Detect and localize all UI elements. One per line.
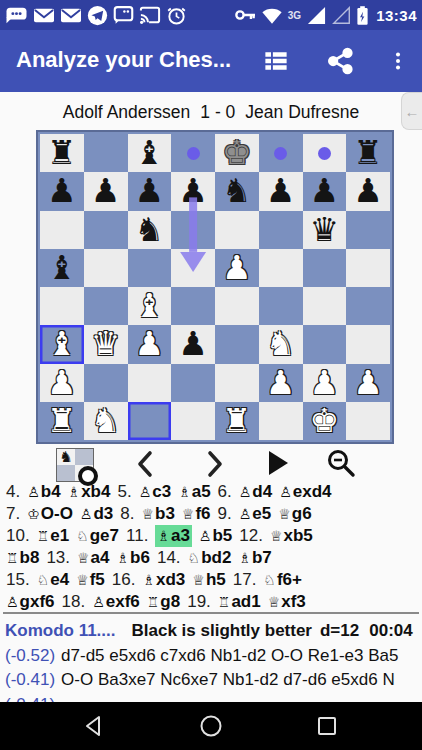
move[interactable]: ♕g6 (278, 503, 311, 525)
move[interactable]: ♖e1 (37, 525, 69, 547)
move[interactable]: ♙exf6 (92, 591, 140, 612)
black-knight: ♞ (128, 211, 172, 248)
mail-icon-2 (60, 5, 82, 25)
figurine-icon: ♙ (139, 484, 152, 500)
square-g8[interactable] (303, 134, 347, 172)
network-type-label: 3G (288, 10, 301, 21)
move[interactable]: ♙gxf6 (6, 591, 55, 612)
figurine-icon: ♙ (27, 484, 40, 500)
engine-depth: d=12 (320, 621, 359, 640)
recents-button[interactable] (315, 714, 339, 738)
square-b5[interactable] (84, 249, 128, 287)
square-h5[interactable] (346, 249, 390, 287)
square-f2[interactable]: ♟ (259, 364, 303, 402)
square-b2[interactable] (84, 364, 128, 402)
square-c2[interactable] (128, 364, 172, 402)
square-g6[interactable]: ♛ (303, 211, 347, 249)
phone-screen: 3G 13:34 Analyze your Ches... ← Adolf An… (0, 0, 422, 750)
square-f5[interactable] (259, 249, 303, 287)
square-c8[interactable]: ♝ (128, 134, 172, 172)
move[interactable]: ♗a5 (178, 481, 210, 503)
move-number: 16. (112, 569, 136, 591)
white-pawn: ♟ (40, 364, 84, 401)
move[interactable]: ♕h5 (192, 569, 225, 591)
white-player-name: Adolf Anderssen (63, 102, 190, 122)
square-b1[interactable]: ♞ (84, 402, 128, 440)
move[interactable]: ♙exd4 (279, 481, 331, 503)
square-d5[interactable] (171, 249, 215, 287)
move-current[interactable]: ♗a3 (155, 525, 191, 547)
black-player-name: Jean Dufresne (245, 102, 359, 122)
back-button[interactable] (83, 714, 107, 738)
move[interactable]: ♖g8 (147, 591, 180, 612)
move-number: 15. (6, 569, 30, 591)
game-result: 1 - 0 (200, 102, 235, 122)
figurine-icon: ♙ (6, 594, 19, 610)
figurine-icon: ♕ (141, 506, 154, 522)
figurine-icon: ♕ (268, 594, 281, 610)
square-a4[interactable] (40, 287, 84, 325)
square-e5[interactable]: ♟ (215, 249, 259, 287)
engine-panel: Komodo 11....Black is slightly betterd=1… (0, 615, 422, 702)
black-pawn: ♟ (303, 172, 347, 209)
square-e8[interactable]: ♚ (215, 134, 259, 172)
move[interactable]: ♗xb4 (68, 481, 111, 503)
white-bishop: ♝ (128, 287, 172, 324)
move[interactable]: ♘bd2 (188, 547, 232, 569)
figurine-icon: ♕ (77, 550, 90, 566)
square-a6[interactable] (40, 211, 84, 249)
legal-move-dot[interactable] (318, 147, 331, 160)
engine-line[interactable]: (-0.41) (5, 693, 422, 703)
white-pawn: ♟ (346, 364, 390, 401)
white-pawn: ♟ (128, 325, 172, 362)
move[interactable]: ♙b5 (199, 525, 232, 547)
move-line: ♙gxf618.♙exf6♖g819.♖ad1♕xf3 (6, 591, 422, 612)
status-bar: 3G 13:34 (0, 0, 422, 30)
white-knight: ♞ (259, 325, 303, 362)
signal-strength-icon (306, 6, 327, 25)
black-pawn: ♟ (128, 172, 172, 209)
move[interactable]: ♕b3 (141, 503, 174, 525)
black-king: ♚ (215, 134, 259, 171)
square-d3[interactable]: ♟ (171, 325, 215, 363)
white-rook: ♜ (215, 402, 259, 439)
move-number: 14. (157, 547, 181, 569)
telegram-icon (87, 5, 108, 26)
square-e7[interactable]: ♞ (215, 172, 259, 210)
black-pawn: ♟ (346, 172, 390, 209)
figurine-icon: ♗ (142, 572, 155, 588)
figurine-icon: ♙ (92, 594, 105, 610)
square-d8[interactable] (171, 134, 215, 172)
square-c1[interactable] (128, 402, 172, 440)
move-number: 19. (187, 591, 211, 612)
figurine-icon: ♗ (157, 528, 170, 544)
move-number: 6. (218, 481, 232, 503)
square-e6[interactable] (215, 211, 259, 249)
black-pawn: ♟ (40, 172, 84, 209)
square-h1[interactable] (346, 402, 390, 440)
square-a2[interactable]: ♟ (40, 364, 84, 402)
figurine-icon: ♗ (117, 550, 130, 566)
move-number: 7. (6, 503, 20, 525)
square-a5[interactable]: ♝ (40, 249, 84, 287)
square-e2[interactable] (215, 364, 259, 402)
white-rook: ♜ (40, 402, 84, 439)
square-e3[interactable] (215, 325, 259, 363)
app-bar: Analyze your Ches... (0, 30, 422, 92)
move-line: 7.♔O-O♙d38.♕b3♕f69.♙e5♕g6 (6, 503, 422, 525)
move[interactable]: ♙d3 (80, 503, 113, 525)
board-grid: ♜♝♚♜♟♟♟♟♞♟♟♟♞♛♝♟♝♝♛♟♟♞♟♟♟♟♜♞♜♚ (40, 134, 390, 440)
square-b8[interactable] (84, 134, 128, 172)
engine-name[interactable]: Komodo 11.... (5, 621, 116, 640)
square-f6[interactable] (259, 211, 303, 249)
black-rook: ♜ (346, 134, 390, 171)
figurine-icon: ♙ (279, 484, 292, 500)
square-d1[interactable] (171, 402, 215, 440)
square-g1[interactable]: ♚ (303, 402, 347, 440)
overflow-menu-icon[interactable] (387, 46, 409, 76)
square-e1[interactable]: ♜ (215, 402, 259, 440)
square-f4[interactable] (259, 287, 303, 325)
move-list: 4.♙b4♗xb45.♙c3♗a56.♙d4♙exd47.♔O-O♙d38.♕b… (0, 481, 422, 612)
square-h4[interactable] (346, 287, 390, 325)
play-button[interactable] (266, 449, 290, 477)
status-bar-right: 3G 13:34 (234, 5, 417, 26)
black-bishop: ♝ (40, 249, 84, 286)
figurine-icon: ♘ (37, 572, 50, 588)
move[interactable]: ♕f5 (76, 569, 105, 591)
engine-pv-moves: O-O Ba3xe7 Nc6xe7 Nb1-d2 d7-d6 e5xd6 N (61, 670, 395, 689)
engine-score: (-0.52) (5, 646, 55, 665)
divider (3, 612, 419, 614)
move[interactable]: ♖ad1 (218, 591, 261, 612)
black-rook: ♜ (40, 134, 84, 171)
move[interactable]: ♙d4 (239, 481, 272, 503)
key-icon (234, 5, 256, 25)
square-d4[interactable] (171, 287, 215, 325)
move[interactable]: ♗b7 (238, 547, 271, 569)
figurine-icon: ♔ (27, 506, 40, 522)
share-icon[interactable] (325, 46, 355, 76)
figurine-icon: ♖ (218, 594, 231, 610)
figurine-icon: ♙ (199, 528, 212, 544)
square-a8[interactable]: ♜ (40, 134, 84, 172)
view-list-icon[interactable] (261, 46, 291, 76)
square-h8[interactable]: ♜ (346, 134, 390, 172)
move[interactable]: ♙b4 (27, 481, 60, 503)
move[interactable]: ♕a4 (77, 547, 109, 569)
move[interactable]: ♙c3 (139, 481, 171, 503)
alarm-clock-icon (166, 5, 187, 26)
square-g4[interactable] (303, 287, 347, 325)
white-bishop: ♝ (40, 325, 84, 362)
black-queen: ♛ (303, 211, 347, 248)
white-pawn: ♟ (215, 249, 259, 286)
figurine-icon: ♙ (80, 506, 93, 522)
square-f3[interactable]: ♞ (259, 325, 303, 363)
square-e4[interactable] (215, 287, 259, 325)
move[interactable]: ♙e5 (239, 503, 271, 525)
engine-score: (-0.41) (5, 695, 55, 703)
figurine-icon: ♗ (68, 484, 81, 500)
zoom-out-icon[interactable] (326, 449, 356, 479)
square-c7[interactable]: ♟ (128, 172, 172, 210)
square-g3[interactable] (303, 325, 347, 363)
black-pawn: ♟ (84, 172, 128, 209)
square-d2[interactable] (171, 364, 215, 402)
engine-line[interactable]: (-0.52)d7-d5 e5xd6 c7xd6 Nb1-d2 O-O Re1-… (5, 644, 422, 669)
figurine-icon: ♕ (76, 572, 89, 588)
move[interactable]: ♔O-O (27, 503, 73, 525)
move-number: 17. (233, 569, 257, 591)
square-a1[interactable]: ♜ (40, 402, 84, 440)
move-line: ♖b813.♕a4♗b614.♘bd2♗b7 (6, 547, 422, 569)
move-number: 13. (46, 547, 70, 569)
square-f7[interactable]: ♟ (259, 172, 303, 210)
move-controls: ♞ (0, 446, 422, 482)
move[interactable]: ♗b6 (117, 547, 150, 569)
black-knight: ♞ (215, 172, 259, 209)
square-c5[interactable] (128, 249, 172, 287)
move-line: 10.♖e1♘ge711.♗a3♙b512.♕xb5 (6, 525, 422, 547)
black-pawn: ♟ (171, 325, 215, 362)
figurine-icon: ♕ (182, 506, 195, 522)
figurine-icon: ♘ (76, 528, 89, 544)
engine-eval-text: Black is slightly better (132, 621, 312, 640)
move-number: 18. (62, 591, 86, 612)
square-a3[interactable]: ♝ (40, 325, 84, 363)
square-h2[interactable]: ♟ (346, 364, 390, 402)
white-king: ♚ (303, 402, 347, 439)
square-b3[interactable]: ♛ (84, 325, 128, 363)
square-h3[interactable] (346, 325, 390, 363)
position-board-button[interactable]: ♞ (56, 448, 94, 482)
previous-move-button[interactable] (134, 450, 158, 478)
figurine-icon: ♗ (238, 550, 251, 566)
square-g5[interactable] (303, 249, 347, 287)
white-knight: ♞ (84, 402, 128, 439)
mini-knight-icon: ♞ (57, 449, 75, 465)
signal-strength-icon-2 (332, 6, 351, 25)
square-g2[interactable]: ♟ (303, 364, 347, 402)
engine-time: 00:04 (369, 621, 412, 640)
figurine-icon: ♙ (239, 484, 252, 500)
move[interactable]: ♕f6 (182, 503, 211, 525)
black-pawn: ♟ (171, 172, 215, 209)
black-bishop: ♝ (128, 134, 172, 171)
figurine-icon: ♙ (239, 506, 252, 522)
figurine-icon: ♖ (6, 550, 19, 566)
legal-move-dot[interactable] (274, 147, 287, 160)
move-number: 10. (6, 525, 30, 547)
square-b6[interactable] (84, 211, 128, 249)
square-b7[interactable]: ♟ (84, 172, 128, 210)
square-c4[interactable]: ♝ (128, 287, 172, 325)
figurine-icon: ♗ (178, 484, 191, 500)
square-h6[interactable] (346, 211, 390, 249)
move[interactable]: ♘ge7 (76, 525, 119, 547)
figurine-icon: ♕ (278, 506, 291, 522)
move-number: 5. (117, 481, 131, 503)
square-a7[interactable]: ♟ (40, 172, 84, 210)
engine-variations: (-0.52)d7-d5 e5xd6 c7xd6 Nb1-d2 O-O Re1-… (5, 644, 422, 703)
legal-move-dot[interactable] (187, 147, 200, 160)
move[interactable]: ♖b8 (6, 547, 39, 569)
move-number: 9. (218, 503, 232, 525)
square-f1[interactable] (259, 402, 303, 440)
engine-pv-moves: d7-d5 e5xd6 c7xd6 Nb1-d2 O-O Re1-e3 Ba5 (61, 646, 398, 665)
android-nav-bar (0, 702, 422, 750)
figurine-icon: ♘ (188, 550, 201, 566)
cast-icon (139, 5, 161, 25)
app-title: Analyze your Ches... (16, 47, 231, 73)
move[interactable]: ♘f6+ (263, 569, 302, 591)
figurine-icon: ♕ (192, 572, 205, 588)
move-line: 15.♘e4♕f516.♗xd3♕h517.♘f6+ (6, 569, 422, 591)
battery-icon (356, 5, 369, 26)
engine-score: (-0.41) (5, 670, 55, 689)
white-pawn: ♟ (259, 364, 303, 401)
home-button[interactable] (199, 714, 223, 738)
figurine-icon: ♕ (270, 528, 283, 544)
chat-icon (113, 5, 134, 25)
white-pawn: ♟ (303, 364, 347, 401)
mail-icon (33, 5, 55, 25)
figurine-icon: ♘ (263, 572, 276, 588)
figurine-icon: ♖ (37, 528, 50, 544)
white-queen: ♛ (84, 325, 128, 362)
move-number: 8. (120, 503, 134, 525)
message-bubble-icon (5, 5, 28, 25)
square-d6[interactable] (171, 211, 215, 249)
square-h7[interactable]: ♟ (346, 172, 390, 210)
engine-line[interactable]: (-0.41)O-O Ba3xe7 Nc6xe7 Nb1-d2 d7-d6 e5… (5, 668, 422, 693)
game-header: Adolf Anderssen1 - 0Jean Dufresne (0, 102, 422, 123)
wifi-icon (261, 6, 283, 25)
move[interactable]: ♕xb5 (270, 525, 313, 547)
move-number: 12. (239, 525, 263, 547)
move-number: 4. (6, 481, 20, 503)
black-pawn: ♟ (259, 172, 303, 209)
engine-header[interactable]: Komodo 11....Black is slightly betterd=1… (5, 619, 422, 644)
square-f8[interactable] (259, 134, 303, 172)
move-number: 11. (126, 525, 148, 547)
move[interactable]: ♘e4 (37, 569, 69, 591)
square-g7[interactable]: ♟ (303, 172, 347, 210)
move[interactable]: ♕xf3 (268, 591, 306, 612)
chess-board: ♜♝♚♜♟♟♟♟♞♟♟♟♞♛♝♟♝♝♛♟♟♞♟♟♟♟♜♞♜♚ (36, 130, 394, 444)
figurine-icon: ♖ (147, 594, 160, 610)
square-c3[interactable]: ♟ (128, 325, 172, 363)
square-d7[interactable]: ♟ (171, 172, 215, 210)
next-move-button[interactable] (202, 450, 226, 478)
square-b4[interactable] (84, 287, 128, 325)
move[interactable]: ♗xd3 (142, 569, 185, 591)
clock-time: 13:34 (376, 7, 417, 24)
square-c6[interactable]: ♞ (128, 211, 172, 249)
move-line: 4.♙b4♗xb45.♙c3♗a56.♙d4♙exd4 (6, 481, 422, 503)
